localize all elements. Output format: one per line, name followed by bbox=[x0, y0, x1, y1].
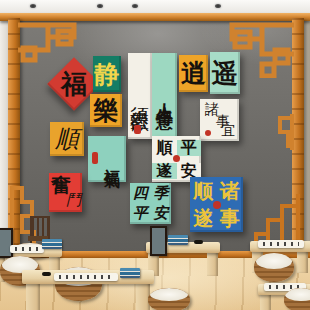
writing-desk bbox=[22, 270, 154, 310]
plaque-shun-sui-ping-an: 順平 遂安 bbox=[152, 136, 201, 182]
plaque-zhu-shi-shun-sui: 顺诸 遂事 bbox=[190, 177, 243, 232]
stool bbox=[254, 253, 294, 282]
lattice-steps-right-icon bbox=[274, 112, 294, 152]
calligraphy-scroll bbox=[258, 240, 304, 248]
book-stack bbox=[42, 239, 62, 249]
stool bbox=[148, 288, 190, 310]
writing-desk bbox=[146, 242, 220, 276]
book-stack bbox=[120, 268, 140, 278]
plaque-xiao: 逍 bbox=[179, 55, 208, 92]
side-wall-right bbox=[303, 16, 310, 254]
red-seal-icon bbox=[92, 152, 98, 164]
spotlight-icon bbox=[215, 4, 221, 8]
plaque-si-ji-ping-an: 四季 平安 bbox=[130, 183, 171, 224]
calligraphy-scroll bbox=[10, 245, 44, 253]
plaque-le: 樂 bbox=[90, 94, 122, 127]
plaque-fen-dou: 奮 鬥 bbox=[49, 173, 82, 212]
plaque-shun: 順 bbox=[50, 122, 84, 156]
plaque-yao: 遥 bbox=[210, 52, 240, 94]
spotlight-icon bbox=[97, 4, 103, 8]
spotlight-icon bbox=[30, 4, 36, 8]
red-seal-icon bbox=[213, 201, 221, 209]
plaque-fu-qi: 福氣 bbox=[88, 136, 126, 182]
red-seal-icon bbox=[134, 125, 141, 134]
red-seal-icon bbox=[205, 130, 211, 136]
calligraphy-scroll bbox=[54, 273, 118, 281]
ink-stone bbox=[194, 240, 203, 244]
spotlight-icon bbox=[132, 4, 138, 8]
ink-stone bbox=[42, 272, 51, 276]
desk-screen bbox=[150, 226, 167, 256]
red-seal-icon bbox=[173, 155, 180, 162]
plaque-jing: 静 bbox=[93, 56, 121, 92]
plaque-xu-jin-huan: 須盡歡 bbox=[128, 53, 152, 139]
classroom-photo: 福 静 樂 須盡歡 人生得意 逍 遥 諸 事 宜 順 福氣 順平 遂安 奮 鬥 … bbox=[0, 0, 310, 310]
book-stack bbox=[168, 235, 188, 245]
desk-screen bbox=[0, 228, 13, 258]
plaque-ren-sheng-de-yi: 人生得意 bbox=[152, 53, 177, 139]
stool bbox=[284, 288, 310, 310]
plaque-zhu-shi-yi: 諸 事 宜 bbox=[200, 99, 239, 141]
